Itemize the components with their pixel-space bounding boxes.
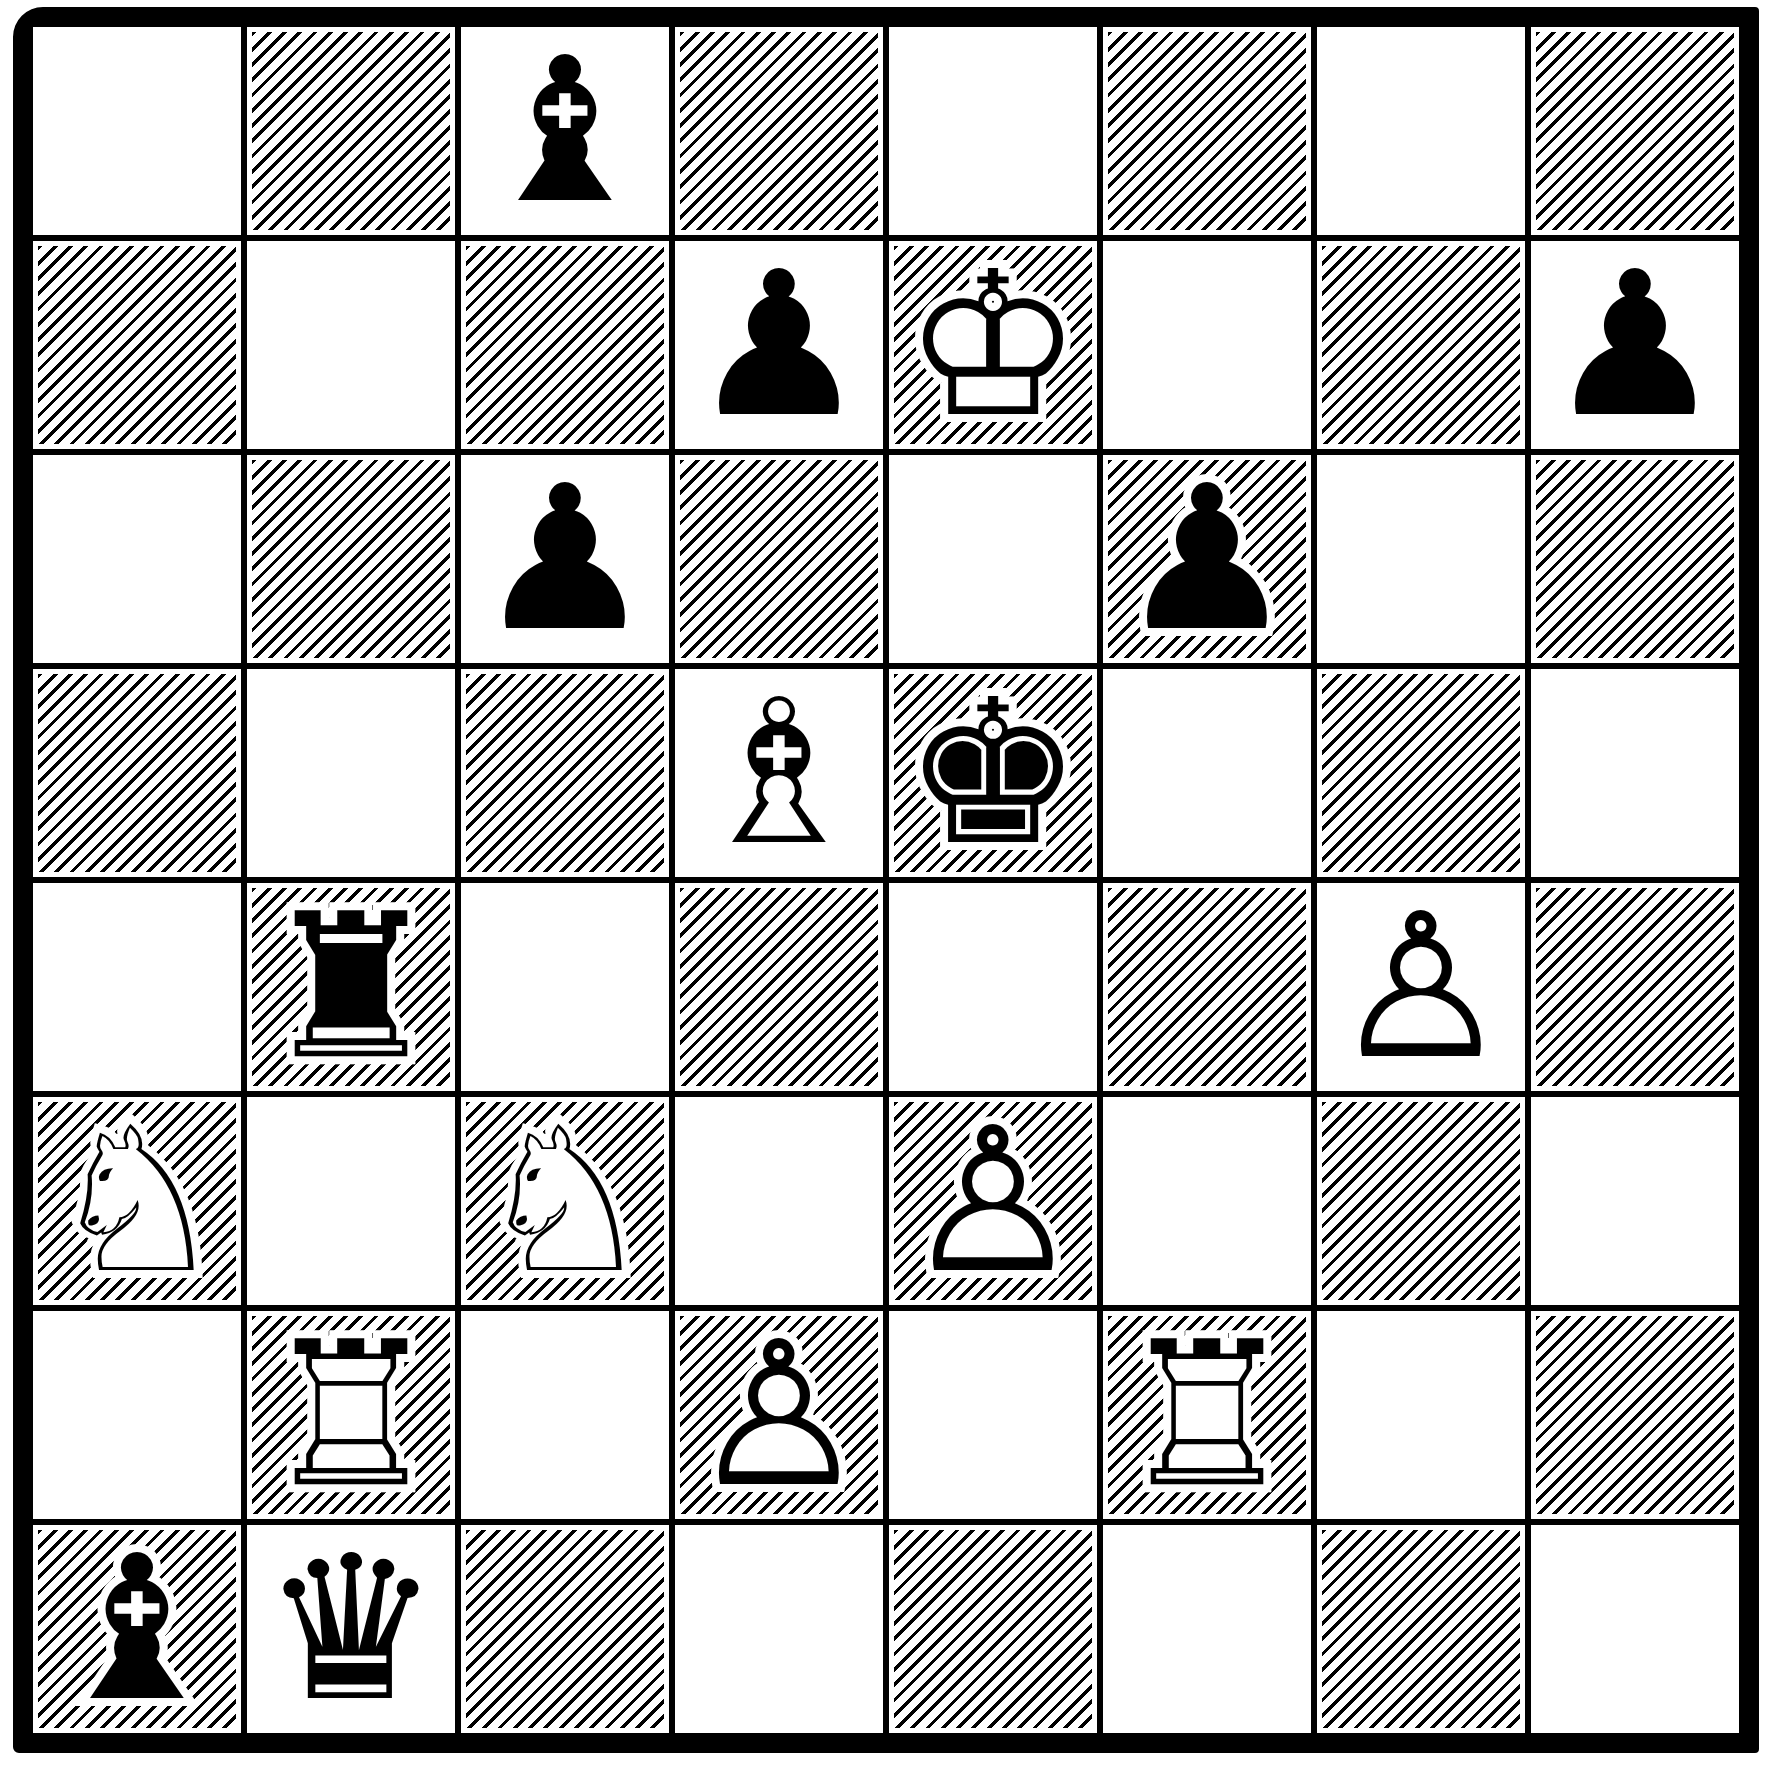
square-a2	[30, 1308, 244, 1522]
square-g7	[1314, 238, 1528, 452]
square-h3	[1528, 1094, 1742, 1308]
square-h8	[1528, 24, 1742, 238]
white-rook: ♜♖	[244, 1308, 458, 1522]
black-rook-halo: ♜	[261, 887, 440, 1087]
white-pawn-halo: ♟	[689, 1315, 868, 1515]
square-a3: ♞♘	[30, 1094, 244, 1308]
square-h5	[1528, 666, 1742, 880]
black-rook-icon: ♜	[261, 887, 440, 1087]
square-c1	[458, 1522, 672, 1736]
square-d4	[672, 880, 886, 1094]
square-h2	[1528, 1308, 1742, 1522]
square-d7: ♟♟	[672, 238, 886, 452]
square-b4: ♜♜	[244, 880, 458, 1094]
black-pawn-icon: ♟	[1545, 245, 1724, 445]
square-g3	[1314, 1094, 1528, 1308]
square-e4	[886, 880, 1100, 1094]
square-f8	[1100, 24, 1314, 238]
square-f5	[1100, 666, 1314, 880]
square-b8	[244, 24, 458, 238]
black-pawn-halo: ♟	[1117, 459, 1296, 659]
white-king-icon: ♔	[903, 245, 1082, 445]
black-bishop-halo: ♝	[475, 31, 654, 231]
square-a6	[30, 452, 244, 666]
square-c6: ♟♟	[458, 452, 672, 666]
white-knight-halo: ♞	[475, 1101, 654, 1301]
white-rook-icon: ♖	[1117, 1315, 1296, 1515]
white-king-halo: ♚	[903, 245, 1082, 445]
square-d8	[672, 24, 886, 238]
white-knight-icon: ♘	[475, 1101, 654, 1301]
black-king-halo: ♚	[903, 673, 1082, 873]
square-g8	[1314, 24, 1528, 238]
black-pawn-halo: ♟	[1545, 245, 1724, 445]
square-d1	[672, 1522, 886, 1736]
square-b5	[244, 666, 458, 880]
black-bishop-halo: ♝	[47, 1529, 226, 1729]
square-h6	[1528, 452, 1742, 666]
square-g4: ♟♙	[1314, 880, 1528, 1094]
white-bishop: ♝♗	[672, 666, 886, 880]
white-bishop-icon: ♗	[689, 673, 868, 873]
square-a7	[30, 238, 244, 452]
white-knight: ♞♘	[458, 1094, 672, 1308]
square-f3	[1100, 1094, 1314, 1308]
square-c5	[458, 666, 672, 880]
white-rook-icon: ♖	[261, 1315, 440, 1515]
square-e6	[886, 452, 1100, 666]
white-pawn: ♟♙	[886, 1094, 1100, 1308]
square-d5: ♝♗	[672, 666, 886, 880]
square-e2	[886, 1308, 1100, 1522]
black-pawn: ♟♟	[672, 238, 886, 452]
square-d2: ♟♙	[672, 1308, 886, 1522]
square-c7	[458, 238, 672, 452]
square-c2	[458, 1308, 672, 1522]
black-bishop-icon: ♝	[47, 1529, 226, 1729]
black-rook: ♜♜	[244, 880, 458, 1094]
square-g5	[1314, 666, 1528, 880]
white-pawn-icon: ♙	[903, 1101, 1082, 1301]
white-knight-icon: ♘	[47, 1101, 226, 1301]
square-f4	[1100, 880, 1314, 1094]
square-h1	[1528, 1522, 1742, 1736]
square-b7	[244, 238, 458, 452]
square-g6	[1314, 452, 1528, 666]
black-pawn: ♟♟	[1528, 238, 1742, 452]
square-d6	[672, 452, 886, 666]
black-pawn-halo: ♟	[689, 245, 868, 445]
black-bishop-icon: ♝	[475, 31, 654, 231]
square-c4	[458, 880, 672, 1094]
black-queen-icon: ♛	[261, 1529, 440, 1729]
square-a4	[30, 880, 244, 1094]
black-king-icon: ♚	[903, 673, 1082, 873]
diagram-frame: ♝♝♟♟♚♔♟♟♟♟♟♟♝♗♚♚♜♜♟♙♞♘♞♘♟♙♜♖♟♙♜♖♝♝♛♛	[13, 7, 1759, 1753]
white-pawn: ♟♙	[1314, 880, 1528, 1094]
black-pawn-halo: ♟	[475, 459, 654, 659]
white-knight: ♞♘	[30, 1094, 244, 1308]
square-b3	[244, 1094, 458, 1308]
white-pawn: ♟♙	[672, 1308, 886, 1522]
white-knight-halo: ♞	[47, 1101, 226, 1301]
square-g2	[1314, 1308, 1528, 1522]
square-b1: ♛♛	[244, 1522, 458, 1736]
square-h4	[1528, 880, 1742, 1094]
square-a5	[30, 666, 244, 880]
square-e7: ♚♔	[886, 238, 1100, 452]
square-h7: ♟♟	[1528, 238, 1742, 452]
square-c8: ♝♝	[458, 24, 672, 238]
square-e3: ♟♙	[886, 1094, 1100, 1308]
square-a1: ♝♝	[30, 1522, 244, 1736]
square-g1	[1314, 1522, 1528, 1736]
white-bishop-halo: ♝	[689, 673, 868, 873]
square-c3: ♞♘	[458, 1094, 672, 1308]
white-pawn-icon: ♙	[1331, 887, 1510, 1087]
black-pawn-icon: ♟	[475, 459, 654, 659]
square-b6	[244, 452, 458, 666]
square-f2: ♜♖	[1100, 1308, 1314, 1522]
square-e5: ♚♚	[886, 666, 1100, 880]
square-f6: ♟♟	[1100, 452, 1314, 666]
white-pawn-halo: ♟	[903, 1101, 1082, 1301]
square-b2: ♜♖	[244, 1308, 458, 1522]
square-e8	[886, 24, 1100, 238]
black-queen-halo: ♛	[261, 1529, 440, 1729]
black-pawn: ♟♟	[458, 452, 672, 666]
black-king: ♚♚	[886, 666, 1100, 880]
white-pawn-icon: ♙	[689, 1315, 868, 1515]
square-d3	[672, 1094, 886, 1308]
chess-board: ♝♝♟♟♚♔♟♟♟♟♟♟♝♗♚♚♜♜♟♙♞♘♞♘♟♙♜♖♟♙♜♖♝♝♛♛	[30, 24, 1742, 1736]
black-queen: ♛♛	[244, 1522, 458, 1736]
black-bishop: ♝♝	[30, 1522, 244, 1736]
white-pawn-halo: ♟	[1331, 887, 1510, 1087]
black-pawn: ♟♟	[1100, 452, 1314, 666]
white-king: ♚♔	[886, 238, 1100, 452]
square-a8	[30, 24, 244, 238]
black-bishop: ♝♝	[458, 24, 672, 238]
white-rook: ♜♖	[1100, 1308, 1314, 1522]
white-rook-halo: ♜	[1117, 1315, 1296, 1515]
white-rook-halo: ♜	[261, 1315, 440, 1515]
black-pawn-icon: ♟	[1117, 459, 1296, 659]
square-f7	[1100, 238, 1314, 452]
black-pawn-icon: ♟	[689, 245, 868, 445]
square-e1	[886, 1522, 1100, 1736]
square-f1	[1100, 1522, 1314, 1736]
